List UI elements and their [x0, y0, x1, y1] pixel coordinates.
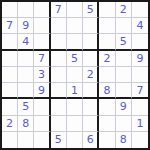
cell-r8c2[interactable]: 8 [18, 116, 34, 132]
cell-r6c9[interactable]: 7 [132, 83, 148, 99]
cell-r2c9[interactable]: 4 [132, 18, 148, 34]
cell-r7c4[interactable] [51, 99, 67, 115]
cell-r1c9[interactable] [132, 2, 148, 18]
cell-r3c1[interactable] [2, 34, 18, 50]
cell-r2c3[interactable] [34, 18, 50, 34]
cell-r8c3[interactable] [34, 116, 50, 132]
sudoku-board: 75279445752932918759281568 [0, 0, 150, 150]
cell-r6c4[interactable] [51, 83, 67, 99]
cell-r2c6[interactable] [83, 18, 99, 34]
cell-r2c1[interactable]: 7 [2, 18, 18, 34]
cell-r6c1[interactable] [2, 83, 18, 99]
cell-r4c5[interactable]: 5 [67, 51, 83, 67]
cell-r3c4[interactable] [51, 34, 67, 50]
cell-r8c6[interactable] [83, 116, 99, 132]
cell-r2c7[interactable] [99, 18, 115, 34]
cell-r2c8[interactable] [116, 18, 132, 34]
cell-r5c6[interactable]: 2 [83, 67, 99, 83]
cell-r7c3[interactable] [34, 99, 50, 115]
cell-r4c3[interactable]: 7 [34, 51, 50, 67]
cell-r4c4[interactable] [51, 51, 67, 67]
cell-r4c2[interactable] [18, 51, 34, 67]
cell-r1c8[interactable]: 2 [116, 2, 132, 18]
cell-r5c2[interactable] [18, 67, 34, 83]
cell-r6c6[interactable] [83, 83, 99, 99]
cell-r9c7[interactable] [99, 132, 115, 148]
cell-r8c1[interactable]: 2 [2, 116, 18, 132]
cell-r8c8[interactable] [116, 116, 132, 132]
cell-r8c4[interactable] [51, 116, 67, 132]
cell-r6c2[interactable] [18, 83, 34, 99]
cell-r8c9[interactable]: 1 [132, 116, 148, 132]
cell-r9c8[interactable]: 8 [116, 132, 132, 148]
cell-r1c6[interactable]: 5 [83, 2, 99, 18]
cell-r5c4[interactable] [51, 67, 67, 83]
cell-r2c4[interactable] [51, 18, 67, 34]
cell-r1c7[interactable] [99, 2, 115, 18]
cell-r5c3[interactable]: 3 [34, 67, 50, 83]
cell-r3c8[interactable]: 5 [116, 34, 132, 50]
cell-r9c1[interactable] [2, 132, 18, 148]
cell-r4c6[interactable] [83, 51, 99, 67]
cell-r5c1[interactable] [2, 67, 18, 83]
cell-r3c5[interactable] [67, 34, 83, 50]
cell-r9c4[interactable]: 5 [51, 132, 67, 148]
cell-r5c9[interactable] [132, 67, 148, 83]
cell-r3c7[interactable] [99, 34, 115, 50]
cell-r4c1[interactable] [2, 51, 18, 67]
cell-r8c7[interactable] [99, 116, 115, 132]
cell-r7c8[interactable]: 9 [116, 99, 132, 115]
cell-r5c7[interactable] [99, 67, 115, 83]
cell-r9c6[interactable]: 6 [83, 132, 99, 148]
cell-r1c1[interactable] [2, 2, 18, 18]
cell-r4c7[interactable]: 2 [99, 51, 115, 67]
cell-r1c4[interactable]: 7 [51, 2, 67, 18]
cell-r3c2[interactable]: 4 [18, 34, 34, 50]
cell-r6c3[interactable]: 9 [34, 83, 50, 99]
cell-r6c5[interactable]: 1 [67, 83, 83, 99]
cell-r8c5[interactable] [67, 116, 83, 132]
cell-r9c9[interactable] [132, 132, 148, 148]
cell-r3c9[interactable] [132, 34, 148, 50]
cell-r6c7[interactable]: 8 [99, 83, 115, 99]
cell-r1c3[interactable] [34, 2, 50, 18]
cell-r7c2[interactable]: 5 [18, 99, 34, 115]
cell-r2c5[interactable] [67, 18, 83, 34]
cell-r2c2[interactable]: 9 [18, 18, 34, 34]
cell-r6c8[interactable] [116, 83, 132, 99]
cell-r9c3[interactable] [34, 132, 50, 148]
cell-r7c6[interactable] [83, 99, 99, 115]
cell-r3c6[interactable] [83, 34, 99, 50]
cell-r1c5[interactable] [67, 2, 83, 18]
cell-r3c3[interactable] [34, 34, 50, 50]
cell-r7c7[interactable] [99, 99, 115, 115]
cell-r9c5[interactable] [67, 132, 83, 148]
cell-r9c2[interactable] [18, 132, 34, 148]
cell-r4c8[interactable] [116, 51, 132, 67]
cell-r5c5[interactable] [67, 67, 83, 83]
cell-r7c1[interactable] [2, 99, 18, 115]
cell-r4c9[interactable]: 9 [132, 51, 148, 67]
cell-r7c9[interactable] [132, 99, 148, 115]
cell-r5c8[interactable] [116, 67, 132, 83]
cell-r1c2[interactable] [18, 2, 34, 18]
cell-r7c5[interactable] [67, 99, 83, 115]
